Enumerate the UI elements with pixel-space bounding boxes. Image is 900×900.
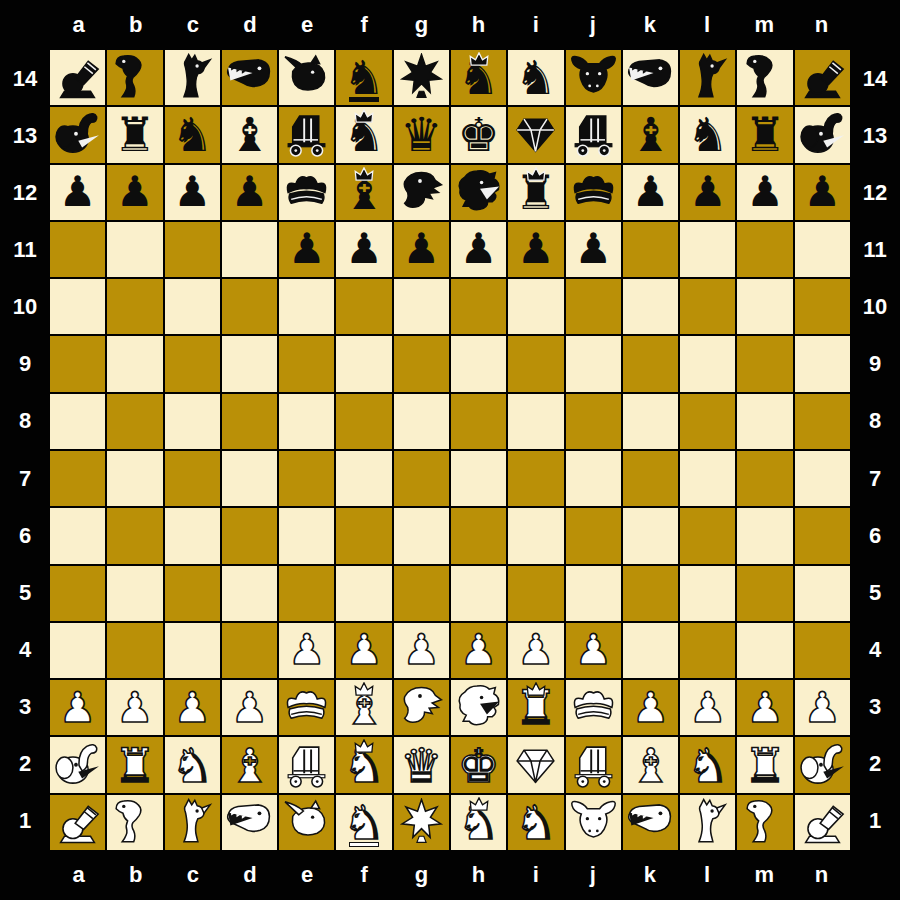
piece-white-bull[interactable]: [566, 795, 621, 850]
square-l6[interactable]: [680, 508, 735, 563]
square-i12[interactable]: ♜: [508, 165, 563, 220]
square-i9[interactable]: [508, 336, 563, 391]
square-n9[interactable]: [795, 336, 850, 391]
piece-black-eagle[interactable]: [394, 165, 449, 220]
square-l4[interactable]: [680, 623, 735, 678]
square-g9[interactable]: [394, 336, 449, 391]
square-j4[interactable]: ♟: [566, 623, 621, 678]
square-c7[interactable]: [165, 451, 220, 506]
piece-white-pawn[interactable]: ♟: [50, 680, 105, 735]
piece-black-bull[interactable]: [566, 50, 621, 105]
piece-white-cannon[interactable]: [795, 795, 850, 850]
piece-white-elephant[interactable]: [795, 737, 850, 792]
square-a7[interactable]: [50, 451, 105, 506]
square-l10[interactable]: [680, 279, 735, 334]
square-b14[interactable]: [107, 50, 162, 105]
square-j12[interactable]: [566, 165, 621, 220]
piece-black-horse[interactable]: ♞: [165, 107, 220, 162]
square-j1[interactable]: [566, 795, 621, 850]
square-k2[interactable]: ♝: [623, 737, 678, 792]
square-m2[interactable]: ♜: [737, 737, 792, 792]
square-l9[interactable]: [680, 336, 735, 391]
square-n10[interactable]: [795, 279, 850, 334]
square-a11[interactable]: [50, 222, 105, 277]
square-m14[interactable]: [737, 50, 792, 105]
square-b8[interactable]: [107, 394, 162, 449]
square-c4[interactable]: [165, 623, 220, 678]
piece-white-crowned-rook[interactable]: ♜: [508, 680, 563, 735]
square-h13[interactable]: ♚: [451, 107, 506, 162]
square-g12[interactable]: [394, 165, 449, 220]
square-e10[interactable]: [279, 279, 334, 334]
square-d5[interactable]: [222, 566, 277, 621]
square-e1[interactable]: [279, 795, 334, 850]
piece-white-pawn[interactable]: ♟: [222, 680, 277, 735]
piece-white-giraffe[interactable]: [680, 795, 735, 850]
piece-black-cannon[interactable]: [795, 50, 850, 105]
square-a2[interactable]: [50, 737, 105, 792]
square-f6[interactable]: [336, 508, 391, 563]
piece-white-pawn[interactable]: ♟: [394, 623, 449, 678]
piece-white-queen[interactable]: ♛: [394, 737, 449, 792]
square-i7[interactable]: [508, 451, 563, 506]
piece-white-camel[interactable]: [107, 795, 162, 850]
square-g10[interactable]: [394, 279, 449, 334]
square-i11[interactable]: ♟: [508, 222, 563, 277]
pawn-glyph: ♟: [632, 171, 670, 213]
square-g13[interactable]: ♛: [394, 107, 449, 162]
piece-black-king[interactable]: ♚: [451, 107, 506, 162]
square-a4[interactable]: [50, 623, 105, 678]
square-c10[interactable]: [165, 279, 220, 334]
square-d10[interactable]: [222, 279, 277, 334]
piece-white-rook[interactable]: ♜: [737, 737, 792, 792]
square-e11[interactable]: ♟: [279, 222, 334, 277]
square-c14[interactable]: [165, 50, 220, 105]
square-m8[interactable]: [737, 394, 792, 449]
piece-white-elephant[interactable]: [50, 737, 105, 792]
square-a14[interactable]: [50, 50, 105, 105]
piece-black-pawn[interactable]: ♟: [680, 165, 735, 220]
square-k3[interactable]: ♟: [623, 680, 678, 735]
piece-white-knight[interactable]: ♞: [508, 795, 563, 850]
square-h6[interactable]: [451, 508, 506, 563]
square-c11[interactable]: [165, 222, 220, 277]
square-h11[interactable]: ♟: [451, 222, 506, 277]
square-l3[interactable]: ♟: [680, 680, 735, 735]
square-b4[interactable]: [107, 623, 162, 678]
square-m10[interactable]: [737, 279, 792, 334]
square-f14[interactable]: ♞: [336, 50, 391, 105]
piece-black-pawn[interactable]: ♟: [451, 222, 506, 277]
square-k13[interactable]: ♝: [623, 107, 678, 162]
piece-black-lion[interactable]: [451, 165, 506, 220]
square-e4[interactable]: ♟: [279, 623, 334, 678]
file-label-bottom-f: f: [336, 850, 393, 900]
square-g6[interactable]: [394, 508, 449, 563]
square-a8[interactable]: [50, 394, 105, 449]
square-m7[interactable]: [737, 451, 792, 506]
piece-black-crocodile[interactable]: [222, 50, 277, 105]
square-c2[interactable]: ♞: [165, 737, 220, 792]
square-i6[interactable]: [508, 508, 563, 563]
square-j9[interactable]: [566, 336, 621, 391]
square-n1[interactable]: [795, 795, 850, 850]
square-n5[interactable]: [795, 566, 850, 621]
square-e3[interactable]: [279, 680, 334, 735]
square-j8[interactable]: [566, 394, 621, 449]
square-h4[interactable]: ♟: [451, 623, 506, 678]
square-b3[interactable]: ♟: [107, 680, 162, 735]
square-m1[interactable]: [737, 795, 792, 850]
square-l8[interactable]: [680, 394, 735, 449]
square-e9[interactable]: [279, 336, 334, 391]
square-f12[interactable]: ♝: [336, 165, 391, 220]
square-i4[interactable]: ♟: [508, 623, 563, 678]
piece-white-pawn[interactable]: ♟: [623, 680, 678, 735]
square-j2[interactable]: [566, 737, 621, 792]
square-e2[interactable]: [279, 737, 334, 792]
square-h1[interactable]: ♞: [451, 795, 506, 850]
piece-black-crocodile[interactable]: [623, 50, 678, 105]
square-m6[interactable]: [737, 508, 792, 563]
piece-white-horse[interactable]: ♞: [680, 737, 735, 792]
square-d8[interactable]: [222, 394, 277, 449]
piece-white-bishop[interactable]: ♝: [623, 737, 678, 792]
piece-black-pawn[interactable]: ♟: [222, 165, 277, 220]
piece-white-pawn[interactable]: ♟: [566, 623, 621, 678]
square-g14[interactable]: [394, 50, 449, 105]
horse-glyph: ♞: [687, 742, 729, 789]
square-f7[interactable]: [336, 451, 391, 506]
square-f3[interactable]: ♝: [336, 680, 391, 735]
piece-black-pawn[interactable]: ♟: [394, 222, 449, 277]
piece-black-pawn[interactable]: ♟: [566, 222, 621, 277]
square-a9[interactable]: [50, 336, 105, 391]
square-h9[interactable]: [451, 336, 506, 391]
square-c6[interactable]: [165, 508, 220, 563]
square-c8[interactable]: [165, 394, 220, 449]
square-h5[interactable]: [451, 566, 506, 621]
square-d11[interactable]: [222, 222, 277, 277]
square-n12[interactable]: ♟: [795, 165, 850, 220]
square-k5[interactable]: [623, 566, 678, 621]
square-i10[interactable]: [508, 279, 563, 334]
piece-black-crown[interactable]: [279, 165, 334, 220]
square-n2[interactable]: [795, 737, 850, 792]
square-c13[interactable]: ♞: [165, 107, 220, 162]
piece-black-cannon[interactable]: [50, 50, 105, 105]
square-m12[interactable]: ♟: [737, 165, 792, 220]
square-l14[interactable]: [680, 50, 735, 105]
piece-white-crocodile[interactable]: [623, 795, 678, 850]
square-i3[interactable]: ♜: [508, 680, 563, 735]
piece-black-giraffe[interactable]: [680, 50, 735, 105]
piece-black-pawn[interactable]: ♟: [737, 165, 792, 220]
square-h8[interactable]: [451, 394, 506, 449]
piece-black-war-machine[interactable]: [279, 107, 334, 162]
square-l13[interactable]: ♞: [680, 107, 735, 162]
piece-black-war-machine[interactable]: [566, 107, 621, 162]
piece-black-bishop[interactable]: ♝: [222, 107, 277, 162]
piece-black-pawn[interactable]: ♟: [279, 222, 334, 277]
square-j11[interactable]: ♟: [566, 222, 621, 277]
piece-white-rook[interactable]: ♜: [107, 737, 162, 792]
square-b9[interactable]: [107, 336, 162, 391]
piece-black-knight-pedestal[interactable]: ♞: [336, 50, 391, 105]
square-i2[interactable]: [508, 737, 563, 792]
square-n6[interactable]: [795, 508, 850, 563]
piece-white-eagle[interactable]: [394, 680, 449, 735]
piece-black-pawn[interactable]: ♟: [795, 165, 850, 220]
square-b1[interactable]: [107, 795, 162, 850]
piece-black-crown[interactable]: [566, 165, 621, 220]
crocodile-icon: [626, 53, 675, 102]
square-m13[interactable]: ♜: [737, 107, 792, 162]
square-g11[interactable]: ♟: [394, 222, 449, 277]
square-f4[interactable]: ♟: [336, 623, 391, 678]
piece-white-camel[interactable]: [737, 795, 792, 850]
piece-black-crowned-rook[interactable]: ♜: [508, 165, 563, 220]
piece-white-lion[interactable]: [451, 680, 506, 735]
square-n3[interactable]: ♟: [795, 680, 850, 735]
square-g5[interactable]: [394, 566, 449, 621]
piece-white-pawn[interactable]: ♟: [795, 680, 850, 735]
square-h14[interactable]: ♞: [451, 50, 506, 105]
piece-white-horse[interactable]: ♞: [165, 737, 220, 792]
square-k4[interactable]: [623, 623, 678, 678]
square-b7[interactable]: [107, 451, 162, 506]
square-f10[interactable]: [336, 279, 391, 334]
piece-black-pawn[interactable]: ♟: [623, 165, 678, 220]
piece-black-diamond[interactable]: [508, 107, 563, 162]
square-j13[interactable]: [566, 107, 621, 162]
square-b13[interactable]: ♜: [107, 107, 162, 162]
piece-black-pawn[interactable]: ♟: [107, 165, 162, 220]
square-l12[interactable]: ♟: [680, 165, 735, 220]
square-i14[interactable]: ♞: [508, 50, 563, 105]
square-b5[interactable]: [107, 566, 162, 621]
square-d9[interactable]: [222, 336, 277, 391]
square-b11[interactable]: [107, 222, 162, 277]
square-j10[interactable]: [566, 279, 621, 334]
piece-white-crowned-bishop[interactable]: ♝: [336, 680, 391, 735]
square-j14[interactable]: [566, 50, 621, 105]
file-label-top-k: k: [621, 0, 678, 50]
piece-white-knight-pedestal[interactable]: ♞: [336, 795, 391, 850]
square-l1[interactable]: [680, 795, 735, 850]
square-f9[interactable]: [336, 336, 391, 391]
square-g7[interactable]: [394, 451, 449, 506]
square-c3[interactable]: ♟: [165, 680, 220, 735]
square-e5[interactable]: [279, 566, 334, 621]
piece-white-pawn[interactable]: ♟: [107, 680, 162, 735]
piece-white-pawn[interactable]: ♟: [737, 680, 792, 735]
square-h2[interactable]: ♚: [451, 737, 506, 792]
square-a6[interactable]: [50, 508, 105, 563]
piece-white-pawn[interactable]: ♟: [279, 623, 334, 678]
square-a13[interactable]: [50, 107, 105, 162]
piece-black-pawn[interactable]: ♟: [336, 222, 391, 277]
square-d2[interactable]: ♝: [222, 737, 277, 792]
square-k1[interactable]: [623, 795, 678, 850]
piece-black-crowned-horse[interactable]: ♞: [451, 50, 506, 105]
square-g4[interactable]: ♟: [394, 623, 449, 678]
piece-white-pawn[interactable]: ♟: [336, 623, 391, 678]
piece-white-pawn[interactable]: ♟: [165, 680, 220, 735]
square-e7[interactable]: [279, 451, 334, 506]
square-e14[interactable]: [279, 50, 334, 105]
piece-white-king[interactable]: ♚: [451, 737, 506, 792]
square-l5[interactable]: [680, 566, 735, 621]
piece-black-crowned-knight[interactable]: ♞: [336, 107, 391, 162]
square-l11[interactable]: [680, 222, 735, 277]
piece-white-pawn[interactable]: ♟: [508, 623, 563, 678]
square-d4[interactable]: [222, 623, 277, 678]
piece-black-horse[interactable]: ♞: [680, 107, 735, 162]
square-h12[interactable]: [451, 165, 506, 220]
piece-white-star[interactable]: [394, 795, 449, 850]
square-a12[interactable]: ♟: [50, 165, 105, 220]
square-h3[interactable]: [451, 680, 506, 735]
piece-white-cannon[interactable]: [50, 795, 105, 850]
square-m3[interactable]: ♟: [737, 680, 792, 735]
square-m11[interactable]: [737, 222, 792, 277]
square-d6[interactable]: [222, 508, 277, 563]
piece-black-knight[interactable]: ♞: [508, 50, 563, 105]
square-f11[interactable]: ♟: [336, 222, 391, 277]
square-j3[interactable]: [566, 680, 621, 735]
piece-black-camel[interactable]: [107, 50, 162, 105]
square-j7[interactable]: [566, 451, 621, 506]
square-d7[interactable]: [222, 451, 277, 506]
square-c1[interactable]: [165, 795, 220, 850]
square-e12[interactable]: [279, 165, 334, 220]
square-d12[interactable]: ♟: [222, 165, 277, 220]
piece-white-crocodile[interactable]: [222, 795, 277, 850]
piece-black-rook[interactable]: ♜: [107, 107, 162, 162]
square-i13[interactable]: [508, 107, 563, 162]
piece-white-crown[interactable]: [279, 680, 334, 735]
square-f8[interactable]: [336, 394, 391, 449]
square-a3[interactable]: ♟: [50, 680, 105, 735]
square-f5[interactable]: [336, 566, 391, 621]
square-n7[interactable]: [795, 451, 850, 506]
square-f1[interactable]: ♞: [336, 795, 391, 850]
square-e8[interactable]: [279, 394, 334, 449]
square-d13[interactable]: ♝: [222, 107, 277, 162]
piece-white-crowned-knight[interactable]: ♞: [336, 737, 391, 792]
square-a1[interactable]: [50, 795, 105, 850]
piece-black-bishop[interactable]: ♝: [623, 107, 678, 162]
piece-black-elephant[interactable]: [50, 107, 105, 162]
pawn-glyph: ♟: [116, 687, 154, 729]
piece-white-diamond[interactable]: [508, 737, 563, 792]
square-e13[interactable]: [279, 107, 334, 162]
piece-white-giraffe[interactable]: [165, 795, 220, 850]
square-k10[interactable]: [623, 279, 678, 334]
square-l7[interactable]: [680, 451, 735, 506]
square-d3[interactable]: ♟: [222, 680, 277, 735]
square-m5[interactable]: [737, 566, 792, 621]
square-b2[interactable]: ♜: [107, 737, 162, 792]
square-c12[interactable]: ♟: [165, 165, 220, 220]
square-f2[interactable]: ♞: [336, 737, 391, 792]
piece-black-pawn[interactable]: ♟: [508, 222, 563, 277]
square-e6[interactable]: [279, 508, 334, 563]
piece-black-giraffe[interactable]: [165, 50, 220, 105]
piece-black-rhinoceros[interactable]: [279, 50, 334, 105]
piece-white-pawn[interactable]: ♟: [451, 623, 506, 678]
square-b10[interactable]: [107, 279, 162, 334]
square-g1[interactable]: [394, 795, 449, 850]
square-k12[interactable]: ♟: [623, 165, 678, 220]
square-i5[interactable]: [508, 566, 563, 621]
square-l2[interactable]: ♞: [680, 737, 735, 792]
square-b12[interactable]: ♟: [107, 165, 162, 220]
piece-white-crown[interactable]: [566, 680, 621, 735]
piece-white-rhinoceros[interactable]: [279, 795, 334, 850]
piece-white-crowned-horse[interactable]: ♞: [451, 795, 506, 850]
piece-black-star[interactable]: [394, 50, 449, 105]
piece-black-crowned-bishop[interactable]: ♝: [336, 165, 391, 220]
square-a10[interactable]: [50, 279, 105, 334]
square-b6[interactable]: [107, 508, 162, 563]
piece-black-pawn[interactable]: ♟: [165, 165, 220, 220]
square-g3[interactable]: [394, 680, 449, 735]
square-n13[interactable]: [795, 107, 850, 162]
square-k14[interactable]: [623, 50, 678, 105]
square-g8[interactable]: [394, 394, 449, 449]
square-d14[interactable]: [222, 50, 277, 105]
square-k11[interactable]: [623, 222, 678, 277]
square-k6[interactable]: [623, 508, 678, 563]
piece-white-pawn[interactable]: ♟: [680, 680, 735, 735]
square-f13[interactable]: ♞: [336, 107, 391, 162]
square-n11[interactable]: [795, 222, 850, 277]
piece-white-war-machine[interactable]: [279, 737, 334, 792]
piece-black-rook[interactable]: ♜: [737, 107, 792, 162]
square-m4[interactable]: [737, 623, 792, 678]
square-j5[interactable]: [566, 566, 621, 621]
square-j6[interactable]: [566, 508, 621, 563]
square-k7[interactable]: [623, 451, 678, 506]
piece-black-pawn[interactable]: ♟: [50, 165, 105, 220]
square-a5[interactable]: [50, 566, 105, 621]
file-label-bottom-g: g: [393, 850, 450, 900]
square-d1[interactable]: [222, 795, 277, 850]
square-c5[interactable]: [165, 566, 220, 621]
square-c9[interactable]: [165, 336, 220, 391]
square-h10[interactable]: [451, 279, 506, 334]
square-i1[interactable]: ♞: [508, 795, 563, 850]
piece-black-elephant[interactable]: [795, 107, 850, 162]
square-k8[interactable]: [623, 394, 678, 449]
piece-white-war-machine[interactable]: [566, 737, 621, 792]
square-h7[interactable]: [451, 451, 506, 506]
square-i8[interactable]: [508, 394, 563, 449]
square-n8[interactable]: [795, 394, 850, 449]
piece-black-camel[interactable]: [737, 50, 792, 105]
piece-black-queen[interactable]: ♛: [394, 107, 449, 162]
square-m9[interactable]: [737, 336, 792, 391]
square-n14[interactable]: [795, 50, 850, 105]
square-n4[interactable]: [795, 623, 850, 678]
square-g2[interactable]: ♛: [394, 737, 449, 792]
crown-overlay-icon: [354, 167, 375, 181]
square-k9[interactable]: [623, 336, 678, 391]
piece-white-bishop[interactable]: ♝: [222, 737, 277, 792]
